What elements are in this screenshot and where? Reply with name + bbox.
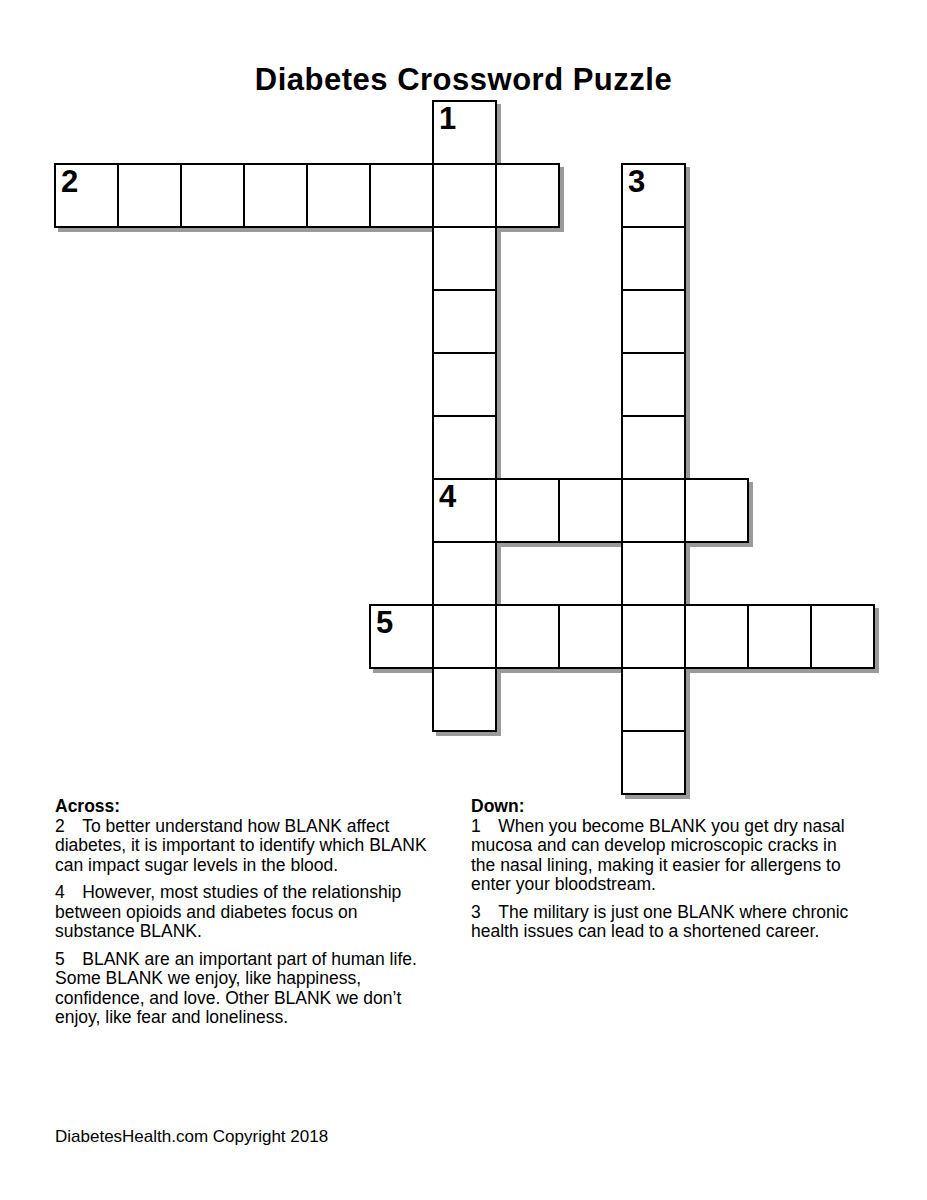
grid-cell[interactable] xyxy=(306,163,371,228)
down-heading: Down: xyxy=(471,797,916,817)
grid-cell[interactable] xyxy=(432,415,497,480)
across-clues-section: Across: 2 To better understand how BLANK… xyxy=(55,797,460,1036)
grid-cell[interactable] xyxy=(621,226,686,291)
copyright-text: DiabetesHealth.com Copyright 2018 xyxy=(55,1127,328,1147)
page-title: Diabetes Crossword Puzzle xyxy=(0,63,927,97)
grid-cell[interactable] xyxy=(621,541,686,606)
crossword-board: 12345 xyxy=(54,100,875,795)
grid-cell[interactable] xyxy=(432,604,497,669)
grid-cell[interactable] xyxy=(495,478,560,543)
clue-across-2: 2 To better understand how BLANK affect … xyxy=(55,817,460,876)
grid-cell[interactable] xyxy=(558,604,623,669)
grid-cell[interactable]: 1 xyxy=(432,100,497,165)
grid-cell[interactable] xyxy=(558,478,623,543)
grid-cell[interactable] xyxy=(432,667,497,732)
grid-cell[interactable] xyxy=(432,541,497,606)
grid-cell[interactable] xyxy=(495,604,560,669)
grid-cell[interactable]: 2 xyxy=(54,163,119,228)
grid-cell[interactable] xyxy=(432,226,497,291)
cell-number: 4 xyxy=(439,480,456,514)
clue-down-3: 3 The military is just one BLANK where c… xyxy=(471,903,916,942)
cell-number: 5 xyxy=(376,606,393,640)
page: Diabetes Crossword Puzzle 12345 Across: … xyxy=(0,0,927,1200)
down-clues-section: Down: 1 When you become BLANK you get dr… xyxy=(471,797,916,950)
across-clues-list: 2 To better understand how BLANK affect … xyxy=(55,817,460,1028)
grid-cell[interactable] xyxy=(810,604,875,669)
cell-number: 1 xyxy=(439,102,456,136)
down-clues-list: 1 When you become BLANK you get dry nasa… xyxy=(471,817,916,942)
grid-cell[interactable] xyxy=(684,478,749,543)
grid-cell[interactable] xyxy=(432,289,497,354)
grid-cell[interactable]: 5 xyxy=(369,604,434,669)
grid-cell[interactable] xyxy=(621,289,686,354)
across-heading: Across: xyxy=(55,797,460,817)
grid-cell[interactable] xyxy=(621,478,686,543)
grid-cell[interactable]: 3 xyxy=(621,163,686,228)
grid-cell[interactable] xyxy=(432,352,497,417)
grid-cell[interactable] xyxy=(495,163,560,228)
grid-cell[interactable] xyxy=(117,163,182,228)
grid-cell[interactable] xyxy=(621,415,686,480)
clue-down-1: 1 When you become BLANK you get dry nasa… xyxy=(471,817,916,895)
grid-cell[interactable] xyxy=(621,667,686,732)
grid-cell[interactable] xyxy=(621,730,686,795)
clue-across-4: 4 However, most studies of the relations… xyxy=(55,883,460,942)
grid-cell[interactable] xyxy=(684,604,749,669)
grid-cell[interactable] xyxy=(432,163,497,228)
grid-cell[interactable] xyxy=(243,163,308,228)
grid-cell[interactable] xyxy=(621,604,686,669)
clue-across-5: 5 BLANK are an important part of human l… xyxy=(55,950,460,1028)
grid-cell[interactable] xyxy=(180,163,245,228)
grid-cell[interactable] xyxy=(747,604,812,669)
cell-number: 2 xyxy=(61,165,78,199)
grid-cell[interactable]: 4 xyxy=(432,478,497,543)
cell-number: 3 xyxy=(628,165,645,199)
grid-cell[interactable] xyxy=(621,352,686,417)
grid-cell[interactable] xyxy=(369,163,434,228)
